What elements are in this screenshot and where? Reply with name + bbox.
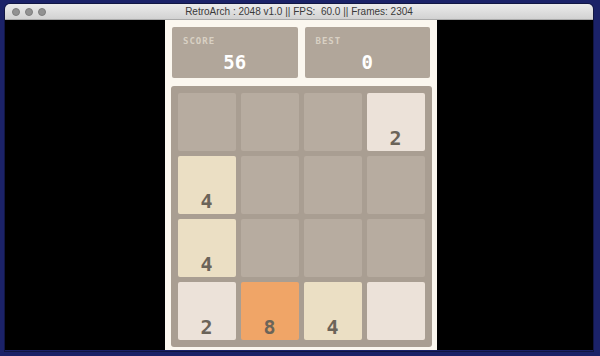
best-label: BEST xyxy=(305,27,431,46)
score-label: SCORE xyxy=(172,27,298,46)
score-box: SCORE 56 xyxy=(172,27,298,78)
cell-r3c1-tile-4: 4 xyxy=(178,219,236,277)
window-titlebar[interactable]: RetroArch : 2048 v1.0 || FPS: 60.0 || Fr… xyxy=(5,4,593,20)
cell-r3c2-empty xyxy=(241,219,299,277)
cell-r2c1-tile-4: 4 xyxy=(178,156,236,214)
game-area: SCORE 56 BEST 0 2 4 4 xyxy=(165,20,437,350)
cell-r2c3-empty xyxy=(304,156,362,214)
cell-r3c3-empty xyxy=(304,219,362,277)
best-box: BEST 0 xyxy=(305,27,431,78)
cell-r3c4-empty xyxy=(367,219,425,277)
cell-r1c2-empty xyxy=(241,93,299,151)
cell-r1c3-empty xyxy=(304,93,362,151)
score-value: 56 xyxy=(172,46,298,78)
window-title: RetroArch : 2048 v1.0 || FPS: 60.0 || Fr… xyxy=(5,4,593,19)
cell-r4c3-tile-4: 4 xyxy=(304,282,362,340)
cell-r1c4-tile-2: 2 xyxy=(367,93,425,151)
cell-r4c2-tile-8: 8 xyxy=(241,282,299,340)
board-grid: 2 4 4 2 8 4 xyxy=(171,86,432,347)
cell-r4c4-blank-tile xyxy=(367,282,425,340)
cell-r4c1-tile-2: 2 xyxy=(178,282,236,340)
score-panel: SCORE 56 BEST 0 xyxy=(172,27,430,78)
best-value: 0 xyxy=(305,46,431,78)
cell-r1c1-empty xyxy=(178,93,236,151)
cell-r2c2-empty xyxy=(241,156,299,214)
retroarch-window: RetroArch : 2048 v1.0 || FPS: 60.0 || Fr… xyxy=(5,4,593,351)
emulator-viewport[interactable]: SCORE 56 BEST 0 2 4 4 xyxy=(5,20,593,350)
cell-r2c4-empty xyxy=(367,156,425,214)
